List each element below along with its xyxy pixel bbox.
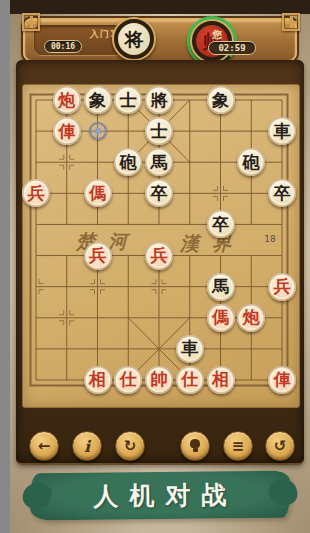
players-panel: 入门1 00:16 将 帅 您 02:59	[23, 18, 297, 62]
piece-red-相[interactable]: 相	[207, 366, 235, 394]
corner-knot-ornament	[282, 13, 300, 31]
xiangqi-game-screen: 入门1 00:16 将 帅 您 02:59 楚河 漢界 18 人机对战 炮象士將…	[10, 0, 310, 533]
piece-red-兵[interactable]: 兵	[84, 242, 112, 270]
piece-red-炮[interactable]: 炮	[237, 304, 265, 332]
info-icon: i	[84, 437, 90, 456]
piece-red-仕[interactable]: 仕	[176, 366, 204, 394]
piece-black-將[interactable]: 將	[145, 86, 173, 114]
lightbulb-icon	[190, 439, 200, 448]
opponent-timer: 00:16	[44, 40, 82, 53]
piece-black-馬[interactable]: 馬	[207, 273, 235, 301]
piece-red-炮[interactable]: 炮	[53, 86, 81, 114]
back-icon: ←	[38, 437, 51, 455]
piece-red-兵[interactable]: 兵	[145, 242, 173, 270]
last-move-marker	[89, 122, 107, 140]
menu-button[interactable]: ≡	[223, 431, 253, 461]
piece-red-傌[interactable]: 傌	[84, 179, 112, 207]
undo-icon: ↺	[274, 437, 287, 455]
piece-black-車[interactable]: 車	[176, 335, 204, 363]
hint-button[interactable]	[180, 431, 210, 461]
back-button[interactable]: ←	[29, 431, 59, 461]
restart-button[interactable]: ↻	[115, 431, 145, 461]
game-mode-banner: 人机对战	[30, 471, 290, 521]
piece-red-傌[interactable]: 傌	[207, 304, 235, 332]
game-mode-label: 人机对战	[30, 471, 290, 521]
move-number: 18	[260, 234, 280, 244]
undo-button[interactable]: ↺	[265, 431, 295, 461]
restart-icon: ↻	[124, 437, 137, 455]
piece-red-相[interactable]: 相	[84, 366, 112, 394]
piece-red-兵[interactable]: 兵	[268, 273, 296, 301]
help-button[interactable]: i	[72, 431, 102, 461]
piece-black-車[interactable]: 車	[268, 117, 296, 145]
opponent-info-panel: 入门1 00:16	[34, 25, 122, 55]
piece-red-俥[interactable]: 俥	[53, 117, 81, 145]
top-dark-strip	[10, 0, 310, 14]
opponent-avatar: 将	[112, 17, 156, 61]
player-timer: 02:59	[208, 41, 256, 55]
corner-knot-ornament	[22, 13, 40, 31]
piece-black-士[interactable]: 士	[145, 117, 173, 145]
piece-black-象[interactable]: 象	[207, 86, 235, 114]
piece-black-卒[interactable]: 卒	[207, 210, 235, 238]
menu-icon: ≡	[232, 437, 245, 455]
black-general-avatar-piece: 将	[118, 23, 150, 55]
player-name: 您	[212, 28, 222, 42]
piece-black-象[interactable]: 象	[84, 86, 112, 114]
piece-red-俥[interactable]: 俥	[268, 366, 296, 394]
piece-red-帥[interactable]: 帥	[145, 366, 173, 394]
